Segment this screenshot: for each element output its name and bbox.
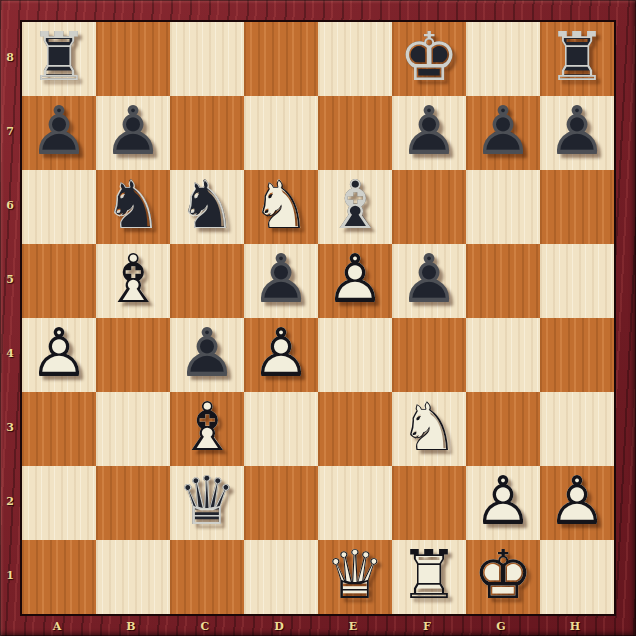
file-label-h: H bbox=[538, 616, 612, 636]
knight-glyph-outline: ♘ bbox=[392, 390, 466, 464]
square-d2[interactable] bbox=[244, 466, 318, 540]
square-d7[interactable] bbox=[244, 96, 318, 170]
square-f4[interactable] bbox=[392, 318, 466, 392]
square-a5[interactable] bbox=[22, 244, 96, 318]
square-g5[interactable] bbox=[466, 244, 540, 318]
square-b1[interactable] bbox=[96, 540, 170, 614]
piece-black-rook-h8[interactable]: ♜♖ bbox=[540, 22, 614, 96]
knight-glyph-outline: ♘ bbox=[244, 168, 318, 242]
chess-board: ♜♖♚♔♜♖♟♙♟♙♟♙♟♙♟♙♞♘♞♘♞♘♝♗♝♗♟♙♟♙♟♙♟♙♟♙♟♙♝♗… bbox=[20, 20, 616, 616]
pawn-glyph-outline: ♙ bbox=[244, 242, 318, 316]
piece-white-queen-e1[interactable]: ♛♕ bbox=[318, 540, 392, 614]
pawn-glyph-outline: ♙ bbox=[540, 94, 614, 168]
rank-label-3: 3 bbox=[0, 390, 20, 464]
piece-black-pawn-h7[interactable]: ♟♙ bbox=[540, 96, 614, 170]
piece-black-pawn-g7[interactable]: ♟♙ bbox=[466, 96, 540, 170]
piece-black-pawn-f5[interactable]: ♟♙ bbox=[392, 244, 466, 318]
square-g6[interactable] bbox=[466, 170, 540, 244]
square-c8[interactable] bbox=[170, 22, 244, 96]
rook-glyph-outline: ♖ bbox=[540, 20, 614, 94]
pawn-glyph-outline: ♙ bbox=[392, 242, 466, 316]
square-e3[interactable] bbox=[318, 392, 392, 466]
square-f5[interactable]: ♟♙ bbox=[392, 244, 466, 318]
square-h7[interactable]: ♟♙ bbox=[540, 96, 614, 170]
piece-white-pawn-e5[interactable]: ♟♙ bbox=[318, 244, 392, 318]
rank-label-1: 1 bbox=[0, 538, 20, 612]
square-e7[interactable] bbox=[318, 96, 392, 170]
square-b3[interactable] bbox=[96, 392, 170, 466]
square-h8[interactable]: ♜♖ bbox=[540, 22, 614, 96]
piece-white-rook-f1[interactable]: ♜♖ bbox=[392, 540, 466, 614]
square-e2[interactable] bbox=[318, 466, 392, 540]
square-f1[interactable]: ♜♖ bbox=[392, 540, 466, 614]
square-a6[interactable] bbox=[22, 170, 96, 244]
piece-black-knight-c6[interactable]: ♞♘ bbox=[170, 170, 244, 244]
square-e5[interactable]: ♟♙ bbox=[318, 244, 392, 318]
piece-black-knight-b6[interactable]: ♞♘ bbox=[96, 170, 170, 244]
rank-label-2: 2 bbox=[0, 464, 20, 538]
square-a1[interactable] bbox=[22, 540, 96, 614]
bishop-glyph-outline: ♗ bbox=[318, 168, 392, 242]
piece-black-rook-a8[interactable]: ♜♖ bbox=[22, 22, 96, 96]
pawn-glyph-outline: ♙ bbox=[96, 94, 170, 168]
file-label-c: C bbox=[168, 616, 242, 636]
piece-white-knight-f3[interactable]: ♞♘ bbox=[392, 392, 466, 466]
piece-black-pawn-a7[interactable]: ♟♙ bbox=[22, 96, 96, 170]
square-a2[interactable] bbox=[22, 466, 96, 540]
piece-black-bishop-e6[interactable]: ♝♗ bbox=[318, 170, 392, 244]
file-label-f: F bbox=[390, 616, 464, 636]
board-frame: ♜♖♚♔♜♖♟♙♟♙♟♙♟♙♟♙♞♘♞♘♞♘♝♗♝♗♟♙♟♙♟♙♟♙♟♙♟♙♝♗… bbox=[0, 0, 636, 636]
pawn-glyph-outline: ♙ bbox=[318, 242, 392, 316]
square-b7[interactable]: ♟♙ bbox=[96, 96, 170, 170]
rank-label-7: 7 bbox=[0, 94, 20, 168]
square-b8[interactable] bbox=[96, 22, 170, 96]
pawn-glyph-outline: ♙ bbox=[540, 464, 614, 538]
piece-black-pawn-f7[interactable]: ♟♙ bbox=[392, 96, 466, 170]
square-b2[interactable] bbox=[96, 466, 170, 540]
square-b6[interactable]: ♞♘ bbox=[96, 170, 170, 244]
square-c1[interactable] bbox=[170, 540, 244, 614]
square-d3[interactable] bbox=[244, 392, 318, 466]
pawn-glyph-outline: ♙ bbox=[22, 94, 96, 168]
square-g8[interactable] bbox=[466, 22, 540, 96]
piece-black-king-f8[interactable]: ♚♔ bbox=[392, 22, 466, 96]
piece-black-pawn-b7[interactable]: ♟♙ bbox=[96, 96, 170, 170]
square-d6[interactable]: ♞♘ bbox=[244, 170, 318, 244]
pawn-glyph-outline: ♙ bbox=[22, 316, 96, 390]
piece-black-pawn-d5[interactable]: ♟♙ bbox=[244, 244, 318, 318]
piece-black-pawn-c4[interactable]: ♟♙ bbox=[170, 318, 244, 392]
pawn-glyph-outline: ♙ bbox=[244, 316, 318, 390]
square-h5[interactable] bbox=[540, 244, 614, 318]
king-glyph-outline: ♔ bbox=[466, 538, 540, 612]
rank-label-6: 6 bbox=[0, 168, 20, 242]
square-d5[interactable]: ♟♙ bbox=[244, 244, 318, 318]
bishop-glyph-outline: ♗ bbox=[170, 390, 244, 464]
square-c5[interactable] bbox=[170, 244, 244, 318]
square-c2[interactable]: ♛♕ bbox=[170, 466, 244, 540]
square-g3[interactable] bbox=[466, 392, 540, 466]
knight-glyph-outline: ♘ bbox=[96, 168, 170, 242]
square-e4[interactable] bbox=[318, 318, 392, 392]
piece-white-bishop-b5[interactable]: ♝♗ bbox=[96, 244, 170, 318]
square-e6[interactable]: ♝♗ bbox=[318, 170, 392, 244]
square-g1[interactable]: ♚♔ bbox=[466, 540, 540, 614]
square-b5[interactable]: ♝♗ bbox=[96, 244, 170, 318]
bishop-glyph-outline: ♗ bbox=[96, 242, 170, 316]
pawn-glyph-outline: ♙ bbox=[392, 94, 466, 168]
rank-label-8: 8 bbox=[0, 20, 20, 94]
square-b4[interactable] bbox=[96, 318, 170, 392]
square-f8[interactable]: ♚♔ bbox=[392, 22, 466, 96]
pawn-glyph-outline: ♙ bbox=[466, 464, 540, 538]
king-glyph-outline: ♔ bbox=[392, 20, 466, 94]
square-f2[interactable] bbox=[392, 466, 466, 540]
square-g4[interactable] bbox=[466, 318, 540, 392]
square-a4[interactable]: ♟♙ bbox=[22, 318, 96, 392]
rank-label-4: 4 bbox=[0, 316, 20, 390]
square-a7[interactable]: ♟♙ bbox=[22, 96, 96, 170]
piece-black-queen-c2[interactable]: ♛♕ bbox=[170, 466, 244, 540]
square-e1[interactable]: ♛♕ bbox=[318, 540, 392, 614]
square-d4[interactable]: ♟♙ bbox=[244, 318, 318, 392]
square-h1[interactable] bbox=[540, 540, 614, 614]
file-label-b: B bbox=[94, 616, 168, 636]
piece-white-pawn-d4[interactable]: ♟♙ bbox=[244, 318, 318, 392]
queen-glyph-outline: ♕ bbox=[170, 464, 244, 538]
rook-glyph-outline: ♖ bbox=[22, 20, 96, 94]
square-f6[interactable] bbox=[392, 170, 466, 244]
square-a8[interactable]: ♜♖ bbox=[22, 22, 96, 96]
square-c6[interactable]: ♞♘ bbox=[170, 170, 244, 244]
square-h2[interactable]: ♟♙ bbox=[540, 466, 614, 540]
file-label-g: G bbox=[464, 616, 538, 636]
square-e8[interactable] bbox=[318, 22, 392, 96]
piece-white-knight-d6[interactable]: ♞♘ bbox=[244, 170, 318, 244]
square-d1[interactable] bbox=[244, 540, 318, 614]
square-g7[interactable]: ♟♙ bbox=[466, 96, 540, 170]
square-f3[interactable]: ♞♘ bbox=[392, 392, 466, 466]
square-c3[interactable]: ♝♗ bbox=[170, 392, 244, 466]
square-h4[interactable] bbox=[540, 318, 614, 392]
queen-glyph-outline: ♕ bbox=[318, 538, 392, 612]
rank-label-5: 5 bbox=[0, 242, 20, 316]
pawn-glyph-outline: ♙ bbox=[466, 94, 540, 168]
rook-glyph-outline: ♖ bbox=[392, 538, 466, 612]
square-c7[interactable] bbox=[170, 96, 244, 170]
square-h6[interactable] bbox=[540, 170, 614, 244]
knight-glyph-outline: ♘ bbox=[170, 168, 244, 242]
square-c4[interactable]: ♟♙ bbox=[170, 318, 244, 392]
square-g2[interactable]: ♟♙ bbox=[466, 466, 540, 540]
pawn-glyph-outline: ♙ bbox=[170, 316, 244, 390]
file-label-d: D bbox=[242, 616, 316, 636]
piece-white-pawn-h2[interactable]: ♟♙ bbox=[540, 466, 614, 540]
square-h3[interactable] bbox=[540, 392, 614, 466]
piece-white-bishop-c3[interactable]: ♝♗ bbox=[170, 392, 244, 466]
square-d8[interactable] bbox=[244, 22, 318, 96]
piece-white-pawn-g2[interactable]: ♟♙ bbox=[466, 466, 540, 540]
piece-white-pawn-a4[interactable]: ♟♙ bbox=[22, 318, 96, 392]
square-f7[interactable]: ♟♙ bbox=[392, 96, 466, 170]
file-label-a: A bbox=[20, 616, 94, 636]
file-label-e: E bbox=[316, 616, 390, 636]
piece-white-king-g1[interactable]: ♚♔ bbox=[466, 540, 540, 614]
square-a3[interactable] bbox=[22, 392, 96, 466]
